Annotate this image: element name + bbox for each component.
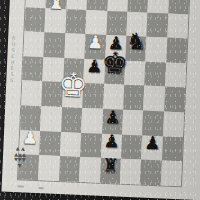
square-f7[interactable] bbox=[126, 11, 147, 36]
brand-logo-emblem: ▲ ▲▲▲▲▼▼▼▼ bbox=[6, 143, 33, 172]
square-d3[interactable] bbox=[81, 108, 102, 133]
square-h8[interactable] bbox=[168, 0, 189, 14]
board-grid: ♝♟♟♞♟♚♚♟♟♟♟♜ bbox=[18, 0, 190, 186]
square-b4[interactable] bbox=[42, 82, 63, 107]
brand-logo-row: ▼ bbox=[18, 163, 22, 169]
square-a3[interactable] bbox=[20, 105, 41, 130]
square-g3[interactable] bbox=[142, 111, 163, 136]
board-brand-text: RUSCHESS bbox=[9, 36, 16, 84]
square-d6[interactable]: ♟ bbox=[85, 34, 106, 59]
square-f1[interactable] bbox=[120, 159, 141, 184]
square-a5[interactable] bbox=[22, 56, 43, 81]
square-h2[interactable] bbox=[162, 136, 183, 161]
square-c3[interactable] bbox=[61, 107, 82, 132]
square-d4[interactable] bbox=[82, 83, 103, 108]
square-c4[interactable]: ♚ bbox=[62, 82, 83, 107]
square-a6[interactable] bbox=[23, 32, 44, 57]
square-b1[interactable] bbox=[38, 155, 59, 180]
square-g8[interactable] bbox=[148, 0, 169, 13]
square-a4[interactable] bbox=[21, 81, 42, 106]
square-d7[interactable] bbox=[86, 10, 107, 35]
black-pawn: ♟ bbox=[86, 57, 103, 76]
square-b2[interactable] bbox=[39, 131, 60, 156]
black-pawn: ♟ bbox=[103, 132, 120, 151]
square-c7[interactable] bbox=[65, 9, 86, 34]
square-h5[interactable] bbox=[165, 62, 186, 87]
square-d1[interactable] bbox=[79, 157, 100, 182]
square-b5[interactable] bbox=[43, 57, 64, 82]
square-g7[interactable] bbox=[147, 12, 168, 37]
square-c2[interactable] bbox=[60, 132, 81, 157]
square-f5[interactable] bbox=[124, 61, 145, 86]
margin-print-mark bbox=[39, 187, 44, 189]
square-c5[interactable] bbox=[63, 58, 84, 83]
square-b6[interactable] bbox=[44, 32, 65, 57]
square-h3[interactable] bbox=[163, 111, 184, 136]
square-f2[interactable] bbox=[121, 134, 142, 159]
square-g6[interactable] bbox=[146, 37, 167, 62]
square-a7[interactable] bbox=[24, 7, 45, 32]
square-f4[interactable] bbox=[123, 85, 144, 110]
square-e7[interactable] bbox=[106, 11, 127, 36]
square-e2[interactable]: ♟ bbox=[101, 133, 122, 158]
square-f6[interactable]: ♞ bbox=[125, 36, 146, 61]
square-g2[interactable]: ♟ bbox=[141, 135, 162, 160]
square-e5[interactable]: ♚ bbox=[104, 60, 125, 85]
square-d5[interactable]: ♟ bbox=[83, 59, 104, 84]
square-h7[interactable] bbox=[167, 13, 188, 38]
margin-print-mark bbox=[18, 185, 24, 187]
square-h1[interactable] bbox=[161, 161, 182, 186]
white-pawn: ♟ bbox=[87, 33, 104, 52]
square-d2[interactable] bbox=[80, 132, 101, 157]
square-h6[interactable] bbox=[166, 38, 187, 63]
square-g1[interactable] bbox=[140, 160, 161, 185]
square-f8[interactable] bbox=[127, 0, 148, 12]
square-b7[interactable] bbox=[45, 8, 66, 33]
black-pawn: ♟ bbox=[104, 107, 121, 126]
chess-board: RUSCHESS ▲ ▲▲▲▲▼▼▼▼ ♝♟♟♞♟♚♚♟♟♟♟♜ bbox=[1, 0, 200, 200]
square-b3[interactable] bbox=[41, 106, 62, 131]
black-pawn: ♟ bbox=[144, 134, 161, 153]
black-rook: ♜ bbox=[102, 156, 120, 176]
square-e6[interactable]: ♟ bbox=[105, 35, 126, 60]
chessboard-photo: RUSCHESS ▲ ▲▲▲▲▼▼▼▼ ♝♟♟♞♟♚♚♟♟♟♟♜ bbox=[0, 0, 200, 200]
square-g4[interactable] bbox=[143, 86, 164, 111]
square-e4[interactable] bbox=[103, 84, 124, 109]
square-e1[interactable]: ♜ bbox=[100, 158, 121, 183]
square-c1[interactable] bbox=[59, 156, 80, 181]
square-g5[interactable] bbox=[145, 61, 166, 86]
square-f3[interactable] bbox=[122, 110, 143, 135]
square-e3[interactable]: ♟ bbox=[102, 109, 123, 134]
square-h4[interactable] bbox=[164, 87, 185, 112]
black-pawn: ♟ bbox=[107, 34, 124, 53]
square-c6[interactable] bbox=[64, 33, 85, 58]
